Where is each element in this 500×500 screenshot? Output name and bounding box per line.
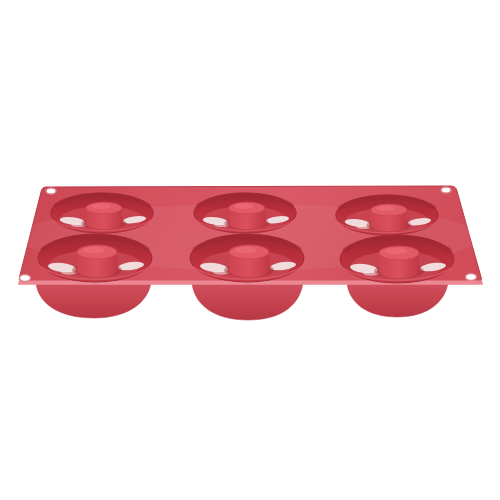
product-photo-stage: 6-cavity silicone donut mold [0,0,500,500]
mold-cups [36,283,448,320]
hanging-hole-back-right [441,187,451,193]
cavity-back-right [336,195,439,235]
product-photo: 6-cavity silicone donut mold [0,0,500,500]
hanging-hole-back-left [46,188,56,194]
cavity-front-right [340,235,454,283]
cavity-front-left [38,234,152,282]
hanging-hole-front-right [466,274,477,281]
cavity-back-middle [194,193,297,233]
hanging-hole-front-left [20,275,31,282]
donut-mold [18,186,483,320]
cavity-back-left [51,193,154,233]
cavity-front-middle [190,234,304,282]
